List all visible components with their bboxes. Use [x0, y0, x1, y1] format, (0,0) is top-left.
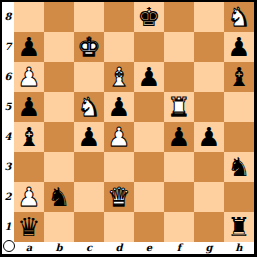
- black-knight: ♞: [47, 184, 70, 210]
- square-b8[interactable]: [44, 2, 74, 32]
- square-a2[interactable]: ♟: [14, 182, 44, 212]
- black-pawn: ♟: [227, 34, 250, 60]
- black-knight: ♞: [227, 154, 250, 180]
- square-g4[interactable]: ♟: [194, 122, 224, 152]
- square-b6[interactable]: [44, 62, 74, 92]
- square-f4[interactable]: ♟: [164, 122, 194, 152]
- square-f8[interactable]: [164, 2, 194, 32]
- black-pawn: ♟: [167, 124, 190, 150]
- rank-label-2: 2: [2, 182, 14, 212]
- file-label-b: b: [44, 242, 74, 254]
- file-labels: abcdefgh: [2, 242, 254, 254]
- rank-label-8: 8: [2, 2, 14, 32]
- square-a7[interactable]: ♟: [14, 32, 44, 62]
- square-e3[interactable]: [134, 152, 164, 182]
- square-c4[interactable]: ♟: [74, 122, 104, 152]
- file-label-g: g: [194, 242, 224, 254]
- square-e4[interactable]: [134, 122, 164, 152]
- square-c5[interactable]: ♞: [74, 92, 104, 122]
- square-f3[interactable]: [164, 152, 194, 182]
- square-f2[interactable]: [164, 182, 194, 212]
- square-c2[interactable]: [74, 182, 104, 212]
- square-a1[interactable]: ♛: [14, 212, 44, 242]
- file-label-d: d: [104, 242, 134, 254]
- rank-label-7: 7: [2, 32, 14, 62]
- square-h6[interactable]: ♝: [224, 62, 254, 92]
- white-bishop: ♝: [107, 64, 130, 90]
- square-d5[interactable]: ♟: [104, 92, 134, 122]
- square-b4[interactable]: [44, 122, 74, 152]
- square-d6[interactable]: ♝: [104, 62, 134, 92]
- square-g1[interactable]: [194, 212, 224, 242]
- rank-label-4: 4: [2, 122, 14, 152]
- square-g6[interactable]: [194, 62, 224, 92]
- square-e7[interactable]: [134, 32, 164, 62]
- rank-label-5: 5: [2, 92, 14, 122]
- square-c6[interactable]: [74, 62, 104, 92]
- square-c8[interactable]: [74, 2, 104, 32]
- square-h1[interactable]: ♜: [224, 212, 254, 242]
- square-d7[interactable]: [104, 32, 134, 62]
- black-king: ♚: [137, 4, 160, 30]
- square-b5[interactable]: [44, 92, 74, 122]
- black-pawn: ♟: [197, 124, 220, 150]
- black-pawn: ♟: [107, 94, 130, 120]
- white-queen: ♛: [107, 184, 130, 210]
- square-b1[interactable]: [44, 212, 74, 242]
- square-f1[interactable]: [164, 212, 194, 242]
- black-pawn: ♟: [17, 34, 40, 60]
- square-e1[interactable]: [134, 212, 164, 242]
- square-g8[interactable]: [194, 2, 224, 32]
- square-b7[interactable]: [44, 32, 74, 62]
- white-to-move-indicator: [3, 240, 15, 252]
- square-d4[interactable]: ♟: [104, 122, 134, 152]
- square-h2[interactable]: [224, 182, 254, 212]
- square-d8[interactable]: [104, 2, 134, 32]
- square-b2[interactable]: ♞: [44, 182, 74, 212]
- white-king: ♚: [77, 34, 100, 60]
- square-e8[interactable]: ♚: [134, 2, 164, 32]
- black-pawn: ♟: [137, 64, 160, 90]
- square-c1[interactable]: [74, 212, 104, 242]
- file-label-e: e: [134, 242, 164, 254]
- square-g3[interactable]: [194, 152, 224, 182]
- square-g2[interactable]: [194, 182, 224, 212]
- square-e2[interactable]: [134, 182, 164, 212]
- square-a6[interactable]: ♟: [14, 62, 44, 92]
- file-label-h: h: [224, 242, 254, 254]
- black-queen: ♛: [17, 214, 40, 240]
- square-f6[interactable]: [164, 62, 194, 92]
- file-label-f: f: [164, 242, 194, 254]
- square-h8[interactable]: ♞: [224, 2, 254, 32]
- black-pawn: ♟: [17, 94, 40, 120]
- white-pawn: ♟: [17, 64, 40, 90]
- square-h3[interactable]: ♞: [224, 152, 254, 182]
- square-a5[interactable]: ♟: [14, 92, 44, 122]
- rank-labels: 87654321: [2, 2, 14, 254]
- square-e5[interactable]: [134, 92, 164, 122]
- rank-label-3: 3: [2, 152, 14, 182]
- black-bishop: ♝: [227, 64, 250, 90]
- white-rook: ♜: [167, 94, 190, 120]
- square-c3[interactable]: [74, 152, 104, 182]
- square-g7[interactable]: [194, 32, 224, 62]
- black-pawn: ♟: [77, 124, 100, 150]
- square-f5[interactable]: ♜: [164, 92, 194, 122]
- file-label-a: a: [14, 242, 44, 254]
- square-a4[interactable]: ♝: [14, 122, 44, 152]
- square-a8[interactable]: [14, 2, 44, 32]
- square-a3[interactable]: [14, 152, 44, 182]
- white-knight: ♞: [77, 94, 100, 120]
- square-d1[interactable]: [104, 212, 134, 242]
- square-h7[interactable]: ♟: [224, 32, 254, 62]
- black-rook: ♜: [227, 214, 250, 240]
- square-c7[interactable]: ♚: [74, 32, 104, 62]
- chess-diagram: 87654321 abcdefgh ♚♞♟♚♟♟♝♟♝♟♞♟♜♝♟♟♟♟♞♟♞♛…: [0, 0, 257, 257]
- square-e6[interactable]: ♟: [134, 62, 164, 92]
- square-d3[interactable]: [104, 152, 134, 182]
- white-knight: ♞: [227, 4, 250, 30]
- white-pawn: ♟: [17, 184, 40, 210]
- square-d2[interactable]: ♛: [104, 182, 134, 212]
- rank-label-6: 6: [2, 62, 14, 92]
- square-f7[interactable]: [164, 32, 194, 62]
- chess-board: ♚♞♟♚♟♟♝♟♝♟♞♟♜♝♟♟♟♟♞♟♞♛♛♜: [14, 2, 254, 242]
- square-g5[interactable]: [194, 92, 224, 122]
- square-b3[interactable]: [44, 152, 74, 182]
- rank-label-1: 1: [2, 212, 14, 242]
- black-bishop: ♝: [17, 124, 40, 150]
- white-pawn: ♟: [107, 124, 130, 150]
- file-label-c: c: [74, 242, 104, 254]
- square-h5[interactable]: [224, 92, 254, 122]
- square-h4[interactable]: [224, 122, 254, 152]
